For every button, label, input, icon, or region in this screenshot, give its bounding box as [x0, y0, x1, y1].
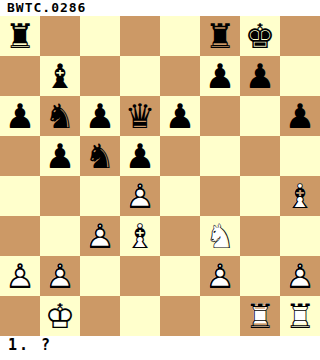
white-pawn-piece: ♙ [0, 256, 40, 296]
square-f7[interactable]: ♟ [200, 56, 240, 96]
square-b7[interactable]: ♝ [40, 56, 80, 96]
square-f2[interactable]: ♟♙ [200, 256, 240, 296]
square-a2[interactable]: ♟♙ [0, 256, 40, 296]
square-a8[interactable]: ♜ [0, 16, 40, 56]
white-bishop-piece: ♗ [120, 216, 160, 256]
move-prompt: 1. ? [0, 336, 320, 360]
square-e7[interactable] [160, 56, 200, 96]
square-g5[interactable] [240, 136, 280, 176]
square-b3[interactable] [40, 216, 80, 256]
square-b8[interactable] [40, 16, 80, 56]
square-a7[interactable] [0, 56, 40, 96]
white-knight-piece: ♘ [200, 216, 240, 256]
square-d5[interactable]: ♟ [120, 136, 160, 176]
square-e3[interactable] [160, 216, 200, 256]
black-queen-piece: ♛ [120, 96, 160, 136]
square-f5[interactable] [200, 136, 240, 176]
square-f3[interactable]: ♞♘ [200, 216, 240, 256]
black-pawn-piece: ♟ [280, 96, 320, 136]
square-f4[interactable] [200, 176, 240, 216]
black-pawn-piece: ♟ [160, 96, 200, 136]
black-pawn-piece: ♟ [40, 136, 80, 176]
square-b4[interactable] [40, 176, 80, 216]
black-knight-piece: ♞ [80, 136, 120, 176]
square-a6[interactable]: ♟ [0, 96, 40, 136]
square-h7[interactable] [280, 56, 320, 96]
square-c3[interactable]: ♟♙ [80, 216, 120, 256]
square-g7[interactable]: ♟ [240, 56, 280, 96]
white-pawn-piece-fill: ♟ [80, 216, 120, 256]
square-b6[interactable]: ♞ [40, 96, 80, 136]
white-king-piece-fill: ♚ [40, 296, 80, 336]
square-d7[interactable] [120, 56, 160, 96]
square-d8[interactable] [120, 16, 160, 56]
white-pawn-piece-fill: ♟ [120, 176, 160, 216]
white-pawn-piece-fill: ♟ [200, 256, 240, 296]
black-pawn-piece: ♟ [0, 96, 40, 136]
square-h1[interactable]: ♜♖ [280, 296, 320, 336]
square-g6[interactable] [240, 96, 280, 136]
square-f1[interactable] [200, 296, 240, 336]
square-h3[interactable] [280, 216, 320, 256]
chess-board: ♜♜♚♝♟♟♟♞♟♛♟♟♟♞♟♟♙♝♗♟♙♝♗♞♘♟♙♟♙♟♙♟♙♚♔♜♖♜♖ [0, 16, 320, 336]
white-pawn-piece-fill: ♟ [280, 256, 320, 296]
white-pawn-piece: ♙ [120, 176, 160, 216]
black-pawn-piece: ♟ [200, 56, 240, 96]
square-b2[interactable]: ♟♙ [40, 256, 80, 296]
square-g3[interactable] [240, 216, 280, 256]
square-e4[interactable] [160, 176, 200, 216]
white-knight-piece-fill: ♞ [200, 216, 240, 256]
square-h4[interactable]: ♝♗ [280, 176, 320, 216]
black-pawn-piece: ♟ [80, 96, 120, 136]
white-rook-piece: ♖ [280, 296, 320, 336]
square-d4[interactable]: ♟♙ [120, 176, 160, 216]
square-f6[interactable] [200, 96, 240, 136]
square-e1[interactable] [160, 296, 200, 336]
black-rook-piece: ♜ [200, 16, 240, 56]
black-knight-piece: ♞ [40, 96, 80, 136]
square-e8[interactable] [160, 16, 200, 56]
square-h2[interactable]: ♟♙ [280, 256, 320, 296]
white-rook-piece-fill: ♜ [240, 296, 280, 336]
diagram-title: BWTC.0286 [0, 0, 320, 16]
square-a5[interactable] [0, 136, 40, 176]
white-king-piece: ♔ [40, 296, 80, 336]
white-rook-piece-fill: ♜ [280, 296, 320, 336]
square-a4[interactable] [0, 176, 40, 216]
square-h8[interactable] [280, 16, 320, 56]
white-rook-piece: ♖ [240, 296, 280, 336]
square-g1[interactable]: ♜♖ [240, 296, 280, 336]
square-c2[interactable] [80, 256, 120, 296]
white-pawn-piece: ♙ [280, 256, 320, 296]
square-c7[interactable] [80, 56, 120, 96]
square-c6[interactable]: ♟ [80, 96, 120, 136]
square-g4[interactable] [240, 176, 280, 216]
white-pawn-piece: ♙ [80, 216, 120, 256]
white-bishop-piece: ♗ [280, 176, 320, 216]
square-e6[interactable]: ♟ [160, 96, 200, 136]
square-g8[interactable]: ♚ [240, 16, 280, 56]
square-b5[interactable]: ♟ [40, 136, 80, 176]
black-pawn-piece: ♟ [120, 136, 160, 176]
square-d6[interactable]: ♛ [120, 96, 160, 136]
black-rook-piece: ♜ [0, 16, 40, 56]
square-d2[interactable] [120, 256, 160, 296]
square-h6[interactable]: ♟ [280, 96, 320, 136]
white-pawn-piece-fill: ♟ [40, 256, 80, 296]
white-bishop-piece-fill: ♝ [120, 216, 160, 256]
square-d1[interactable] [120, 296, 160, 336]
square-a3[interactable] [0, 216, 40, 256]
white-pawn-piece: ♙ [40, 256, 80, 296]
square-f8[interactable]: ♜ [200, 16, 240, 56]
square-c1[interactable] [80, 296, 120, 336]
white-pawn-piece: ♙ [200, 256, 240, 296]
black-pawn-piece: ♟ [240, 56, 280, 96]
square-g2[interactable] [240, 256, 280, 296]
square-b1[interactable]: ♚♔ [40, 296, 80, 336]
square-c5[interactable]: ♞ [80, 136, 120, 176]
square-c4[interactable] [80, 176, 120, 216]
square-c8[interactable] [80, 16, 120, 56]
square-e5[interactable] [160, 136, 200, 176]
square-e2[interactable] [160, 256, 200, 296]
square-d3[interactable]: ♝♗ [120, 216, 160, 256]
black-bishop-piece: ♝ [40, 56, 80, 96]
square-h5[interactable] [280, 136, 320, 176]
white-pawn-piece-fill: ♟ [0, 256, 40, 296]
square-a1[interactable] [0, 296, 40, 336]
black-king-piece: ♚ [240, 16, 280, 56]
white-bishop-piece-fill: ♝ [280, 176, 320, 216]
